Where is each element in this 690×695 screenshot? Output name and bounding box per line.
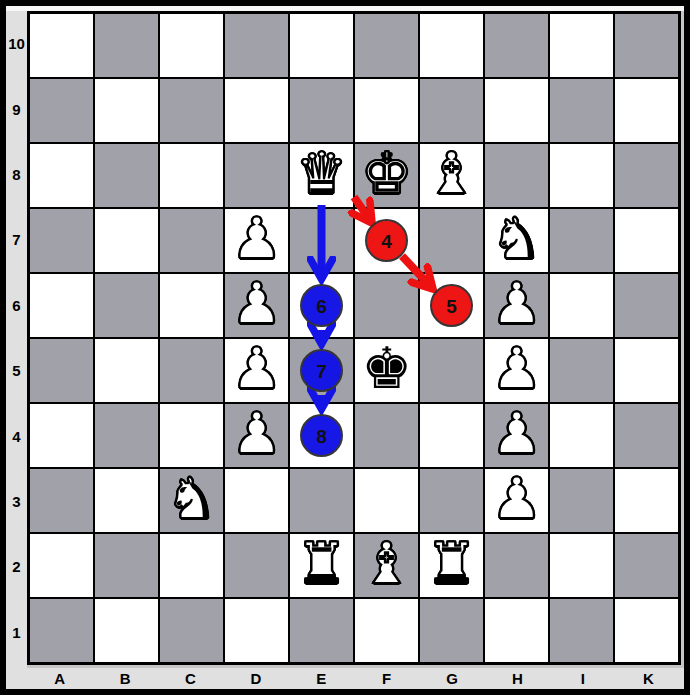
square-b9[interactable] xyxy=(94,78,159,143)
square-h3[interactable]: ♟ xyxy=(484,468,549,533)
rank-label-8: 8 xyxy=(6,142,27,207)
square-a8[interactable] xyxy=(29,143,94,208)
square-a9[interactable] xyxy=(29,78,94,143)
file-label-h: H xyxy=(485,668,550,689)
square-k5[interactable] xyxy=(614,338,679,403)
square-h7[interactable]: ♞ xyxy=(484,208,549,273)
white-knight[interactable]: ♞ xyxy=(491,210,542,267)
white-king[interactable]: ♚ xyxy=(361,145,412,202)
file-label-d: D xyxy=(223,668,288,689)
square-k10[interactable] xyxy=(614,13,679,78)
square-i9[interactable] xyxy=(549,78,614,143)
square-g5[interactable] xyxy=(419,338,484,403)
white-pawn[interactable]: ♟ xyxy=(491,405,542,462)
board-frame: 10987654321 ♛♚♝♟♞♟♟♟♚♟♟♟♞♟♜♝♜ xyxy=(0,0,690,695)
file-label-e: E xyxy=(289,668,354,689)
square-a7[interactable] xyxy=(29,208,94,273)
square-f8[interactable]: ♚ xyxy=(354,143,419,208)
file-label-f: F xyxy=(354,668,419,689)
square-a4[interactable] xyxy=(29,403,94,468)
square-h6[interactable]: ♟ xyxy=(484,273,549,338)
square-g8[interactable]: ♝ xyxy=(419,143,484,208)
square-c9[interactable] xyxy=(159,78,224,143)
file-label-c: C xyxy=(158,668,223,689)
square-g2[interactable]: ♜ xyxy=(419,533,484,598)
square-a10[interactable] xyxy=(29,13,94,78)
square-h2[interactable] xyxy=(484,533,549,598)
square-i6[interactable] xyxy=(549,273,614,338)
square-a3[interactable] xyxy=(29,468,94,533)
board-bevel-right xyxy=(681,11,684,668)
square-h8[interactable] xyxy=(484,143,549,208)
square-f6[interactable] xyxy=(354,273,419,338)
square-b10[interactable] xyxy=(94,13,159,78)
square-k1[interactable] xyxy=(614,598,679,663)
square-e4[interactable] xyxy=(289,403,354,468)
rank-label-6: 6 xyxy=(6,273,27,338)
square-c5[interactable] xyxy=(159,338,224,403)
file-label-k: K xyxy=(616,668,681,689)
square-c8[interactable] xyxy=(159,143,224,208)
square-g10[interactable] xyxy=(419,13,484,78)
white-pawn[interactable]: ♟ xyxy=(491,340,542,397)
square-k2[interactable] xyxy=(614,533,679,598)
square-d7[interactable]: ♟ xyxy=(224,208,289,273)
square-e6[interactable] xyxy=(289,273,354,338)
square-a2[interactable] xyxy=(29,533,94,598)
square-b5[interactable] xyxy=(94,338,159,403)
square-k3[interactable] xyxy=(614,468,679,533)
square-f9[interactable] xyxy=(354,78,419,143)
square-k8[interactable] xyxy=(614,143,679,208)
rank-labels: 10987654321 xyxy=(6,11,27,665)
white-knight[interactable]: ♞ xyxy=(166,470,217,527)
black-king[interactable]: ♚ xyxy=(361,340,412,397)
square-e8[interactable]: ♛ xyxy=(289,143,354,208)
square-b8[interactable] xyxy=(94,143,159,208)
square-b6[interactable] xyxy=(94,273,159,338)
square-h9[interactable] xyxy=(484,78,549,143)
square-f4[interactable] xyxy=(354,403,419,468)
square-g6[interactable] xyxy=(419,273,484,338)
file-label-b: B xyxy=(92,668,157,689)
rank-label-5: 5 xyxy=(6,338,27,403)
square-d10[interactable] xyxy=(224,13,289,78)
white-rook[interactable]: ♜ xyxy=(296,535,347,592)
square-g7[interactable] xyxy=(419,208,484,273)
white-pawn[interactable]: ♟ xyxy=(231,405,282,462)
square-c4[interactable] xyxy=(159,403,224,468)
board-wrapper: ♛♚♝♟♞♟♟♟♚♟♟♟♞♟♜♝♜ xyxy=(27,11,681,665)
square-b2[interactable] xyxy=(94,533,159,598)
square-k6[interactable] xyxy=(614,273,679,338)
white-pawn[interactable]: ♟ xyxy=(231,275,282,332)
square-h5[interactable]: ♟ xyxy=(484,338,549,403)
square-c3[interactable]: ♞ xyxy=(159,468,224,533)
square-d8[interactable] xyxy=(224,143,289,208)
rank-label-2: 2 xyxy=(6,534,27,599)
square-f3[interactable] xyxy=(354,468,419,533)
white-bishop[interactable]: ♝ xyxy=(426,145,477,202)
square-b1[interactable] xyxy=(94,598,159,663)
square-i4[interactable] xyxy=(549,403,614,468)
white-pawn[interactable]: ♟ xyxy=(491,470,542,527)
rank-label-1: 1 xyxy=(6,600,27,665)
file-labels: ABCDEFGHIK xyxy=(27,668,681,689)
square-b4[interactable] xyxy=(94,403,159,468)
square-k9[interactable] xyxy=(614,78,679,143)
square-e3[interactable] xyxy=(289,468,354,533)
square-f2[interactable]: ♝ xyxy=(354,533,419,598)
square-c1[interactable] xyxy=(159,598,224,663)
white-queen[interactable]: ♛ xyxy=(296,145,347,202)
square-c7[interactable] xyxy=(159,208,224,273)
square-c6[interactable] xyxy=(159,273,224,338)
square-f7[interactable] xyxy=(354,208,419,273)
square-f5[interactable]: ♚ xyxy=(354,338,419,403)
square-e10[interactable] xyxy=(289,13,354,78)
square-i1[interactable] xyxy=(549,598,614,663)
square-d5[interactable]: ♟ xyxy=(224,338,289,403)
square-d9[interactable] xyxy=(224,78,289,143)
white-rook[interactable]: ♜ xyxy=(426,535,477,592)
square-d2[interactable] xyxy=(224,533,289,598)
square-g9[interactable] xyxy=(419,78,484,143)
square-c2[interactable] xyxy=(159,533,224,598)
square-b3[interactable] xyxy=(94,468,159,533)
square-a5[interactable] xyxy=(29,338,94,403)
rank-label-3: 3 xyxy=(6,469,27,534)
file-label-g: G xyxy=(419,668,484,689)
square-e7[interactable] xyxy=(289,208,354,273)
square-f1[interactable] xyxy=(354,598,419,663)
square-e2[interactable]: ♜ xyxy=(289,533,354,598)
square-d1[interactable] xyxy=(224,598,289,663)
file-label-a: A xyxy=(27,668,92,689)
square-c10[interactable] xyxy=(159,13,224,78)
square-g4[interactable] xyxy=(419,403,484,468)
square-f10[interactable] xyxy=(354,13,419,78)
square-e5[interactable] xyxy=(289,338,354,403)
square-a6[interactable] xyxy=(29,273,94,338)
square-b7[interactable] xyxy=(94,208,159,273)
square-i10[interactable] xyxy=(549,13,614,78)
square-i7[interactable] xyxy=(549,208,614,273)
chessboard: ♛♚♝♟♞♟♟♟♚♟♟♟♞♟♜♝♜ xyxy=(29,13,679,663)
rank-label-4: 4 xyxy=(6,403,27,468)
square-k4[interactable] xyxy=(614,403,679,468)
square-i8[interactable] xyxy=(549,143,614,208)
square-d6[interactable]: ♟ xyxy=(224,273,289,338)
square-h1[interactable] xyxy=(484,598,549,663)
white-bishop[interactable]: ♝ xyxy=(361,535,412,592)
rank-label-7: 7 xyxy=(6,207,27,272)
square-i5[interactable] xyxy=(549,338,614,403)
square-i3[interactable] xyxy=(549,468,614,533)
square-h10[interactable] xyxy=(484,13,549,78)
square-e9[interactable] xyxy=(289,78,354,143)
rank-label-10: 10 xyxy=(6,11,27,76)
square-g3[interactable] xyxy=(419,468,484,533)
board-inner: 10987654321 ♛♚♝♟♞♟♟♟♚♟♟♟♞♟♜♝♜ xyxy=(6,6,684,689)
square-i2[interactable] xyxy=(549,533,614,598)
square-h4[interactable]: ♟ xyxy=(484,403,549,468)
file-label-i: I xyxy=(550,668,615,689)
rank-label-9: 9 xyxy=(6,76,27,141)
white-pawn[interactable]: ♟ xyxy=(231,340,282,397)
square-a1[interactable] xyxy=(29,598,94,663)
white-pawn[interactable]: ♟ xyxy=(231,210,282,267)
square-e1[interactable] xyxy=(289,598,354,663)
square-k7[interactable] xyxy=(614,208,679,273)
square-d4[interactable]: ♟ xyxy=(224,403,289,468)
square-g1[interactable] xyxy=(419,598,484,663)
white-pawn[interactable]: ♟ xyxy=(491,275,542,332)
square-d3[interactable] xyxy=(224,468,289,533)
